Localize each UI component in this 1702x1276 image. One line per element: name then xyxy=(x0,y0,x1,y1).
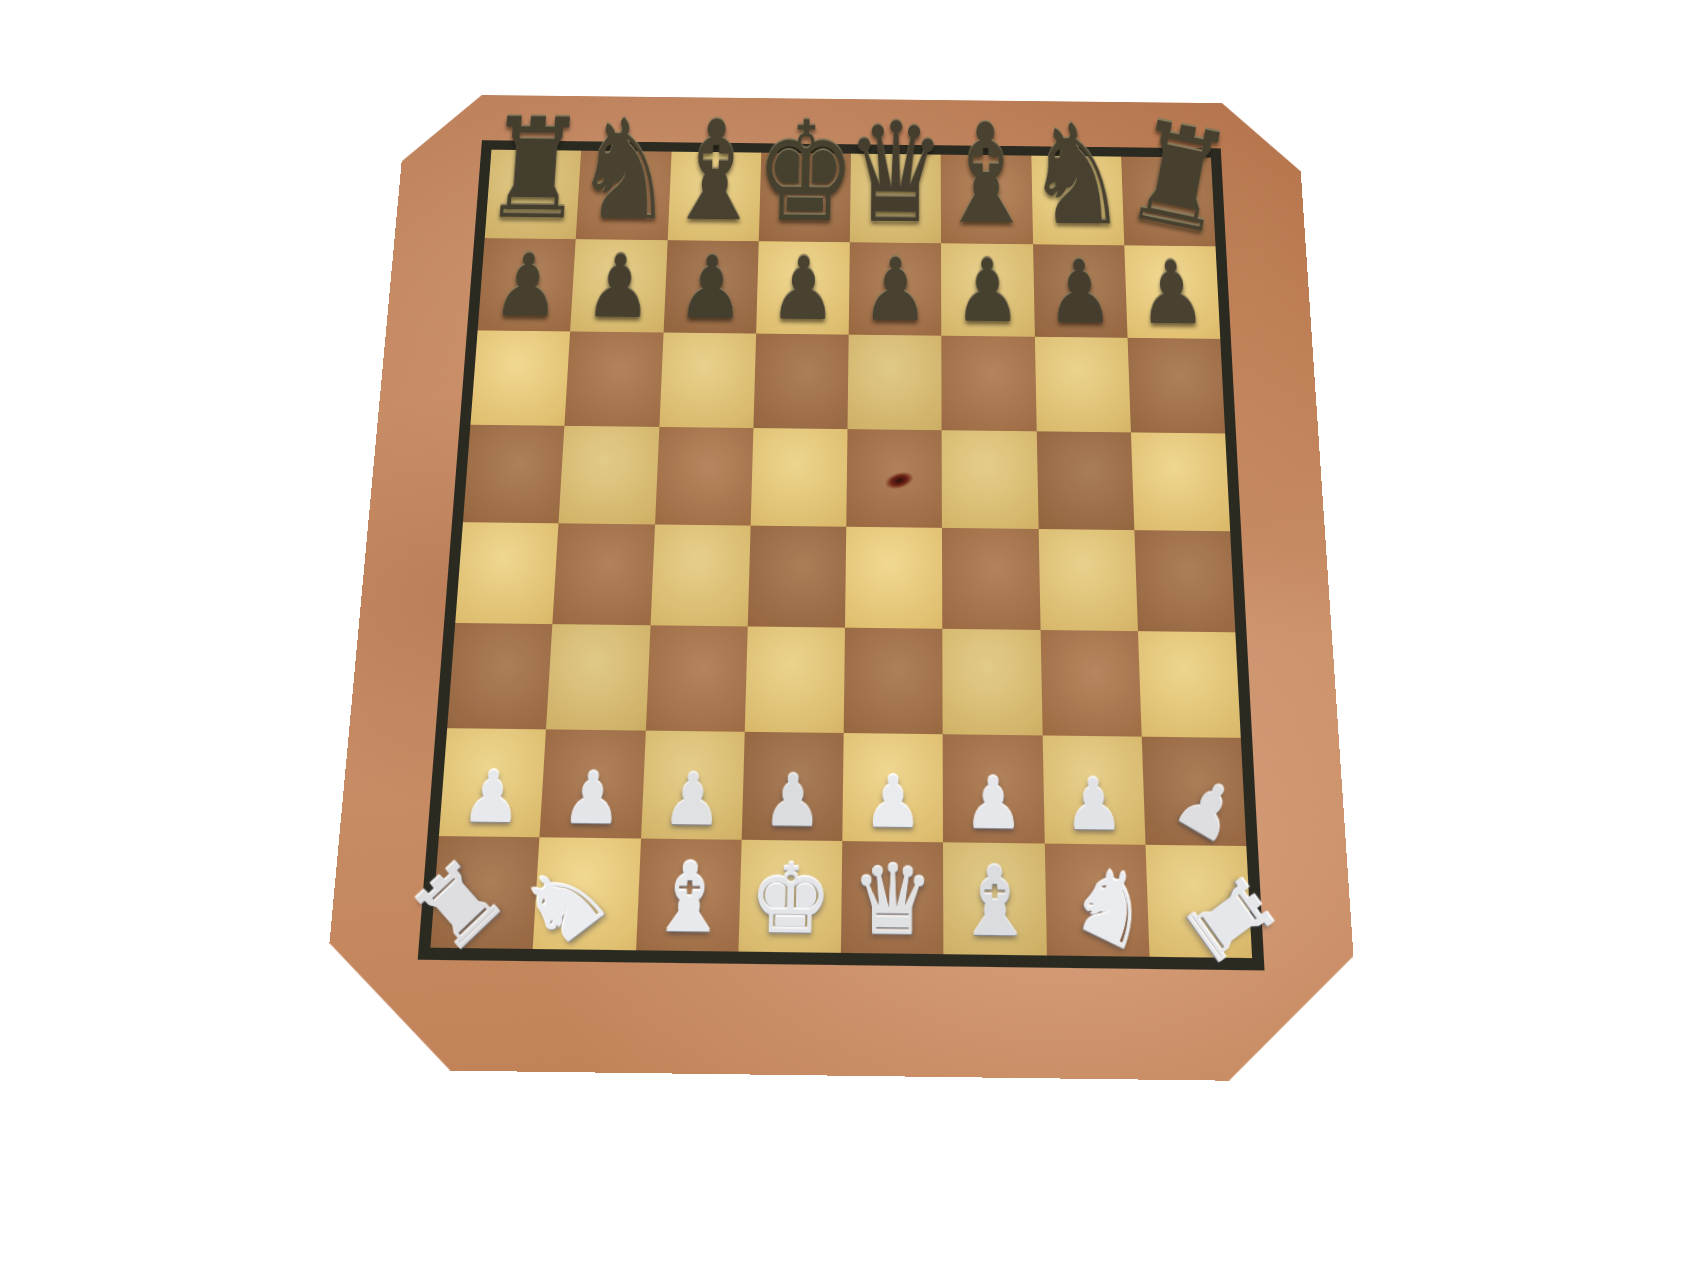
square-g4[interactable] xyxy=(1038,529,1138,631)
square-a3[interactable] xyxy=(447,623,552,729)
square-h8[interactable]: ♜ xyxy=(1121,157,1216,247)
black-pawn[interactable]: ♟ xyxy=(1137,249,1208,337)
square-g8[interactable]: ♞ xyxy=(1031,156,1124,246)
square-f8[interactable]: ♝ xyxy=(941,155,1033,245)
square-f7[interactable]: ♟ xyxy=(941,244,1034,337)
square-a6[interactable] xyxy=(470,330,570,426)
square-h5[interactable] xyxy=(1131,432,1230,531)
square-g1[interactable]: ♞ xyxy=(1044,843,1149,957)
square-e2[interactable]: ♟ xyxy=(842,732,943,842)
square-a4[interactable] xyxy=(455,522,559,624)
square-e8[interactable]: ♛ xyxy=(850,154,941,244)
square-e3[interactable] xyxy=(844,628,943,734)
square-a8[interactable]: ♜ xyxy=(485,150,582,240)
square-h3[interactable] xyxy=(1138,631,1241,737)
square-h1[interactable]: ♜ xyxy=(1145,845,1252,959)
square-c7[interactable]: ♟ xyxy=(663,240,758,333)
square-e5[interactable] xyxy=(846,429,942,528)
black-pawn[interactable]: ♟ xyxy=(1045,248,1114,335)
square-g7[interactable]: ♟ xyxy=(1033,245,1128,338)
black-pawn[interactable]: ♟ xyxy=(490,242,563,329)
square-d6[interactable] xyxy=(753,333,849,429)
square-g5[interactable] xyxy=(1036,431,1134,530)
square-a2[interactable]: ♟ xyxy=(439,728,546,837)
square-h2[interactable]: ♟ xyxy=(1141,736,1246,846)
square-f6[interactable] xyxy=(942,335,1037,431)
black-king[interactable]: ♚ xyxy=(753,104,857,243)
square-a7[interactable]: ♟ xyxy=(478,238,576,331)
square-d2[interactable]: ♟ xyxy=(741,731,843,840)
square-h6[interactable] xyxy=(1127,337,1225,433)
square-f4[interactable] xyxy=(942,528,1040,630)
square-c5[interactable] xyxy=(655,427,754,526)
black-bishop[interactable]: ♝ xyxy=(662,103,768,242)
square-e1[interactable]: ♛ xyxy=(841,841,944,954)
square-b3[interactable] xyxy=(546,624,650,730)
square-d4[interactable] xyxy=(747,526,846,628)
white-pawn[interactable]: ♟ xyxy=(762,765,823,837)
black-pawn[interactable]: ♟ xyxy=(676,244,746,331)
square-d5[interactable] xyxy=(750,428,847,527)
white-pawn[interactable]: ♟ xyxy=(460,761,525,832)
white-pawn[interactable]: ♟ xyxy=(863,766,923,838)
white-pawn[interactable]: ♟ xyxy=(560,763,623,834)
square-d8[interactable]: ♚ xyxy=(759,153,851,243)
square-b4[interactable] xyxy=(553,523,655,625)
square-g3[interactable] xyxy=(1040,630,1141,736)
chess-board: ♜♞♝♚♛♝♞♜♟♟♟♟♟♟♟♟♟♟♟♟♟♟♟♟♜♞♝♚♛♝♞♜ xyxy=(318,94,1362,1082)
white-bishop[interactable]: ♝ xyxy=(645,850,732,947)
square-g2[interactable]: ♟ xyxy=(1042,735,1145,845)
white-queen[interactable]: ♛ xyxy=(850,853,934,950)
square-d7[interactable]: ♟ xyxy=(756,241,850,334)
playing-area-border: ♜♞♝♚♛♝♞♜♟♟♟♟♟♟♟♟♟♟♟♟♟♟♟♟♜♞♝♚♛♝♞♜ xyxy=(418,140,1265,970)
wood-knot xyxy=(877,465,921,496)
board-grid: ♜♞♝♚♛♝♞♜♟♟♟♟♟♟♟♟♟♟♟♟♟♟♟♟♜♞♝♚♛♝♞♜ xyxy=(430,150,1252,958)
white-pawn[interactable]: ♟ xyxy=(1165,764,1251,856)
square-b7[interactable]: ♟ xyxy=(570,239,667,332)
board-scene: ♜♞♝♚♛♝♞♜♟♟♟♟♟♟♟♟♟♟♟♟♟♟♟♟♜♞♝♚♛♝♞♜ xyxy=(366,48,1326,1048)
black-knight[interactable]: ♞ xyxy=(1025,107,1130,246)
square-d3[interactable] xyxy=(745,627,845,733)
square-e4[interactable] xyxy=(845,527,943,629)
square-e6[interactable] xyxy=(847,334,941,430)
square-h7[interactable]: ♟ xyxy=(1124,246,1220,339)
white-bishop[interactable]: ♝ xyxy=(952,854,1037,951)
white-pawn[interactable]: ♟ xyxy=(661,764,723,836)
black-pawn[interactable]: ♟ xyxy=(583,243,654,330)
square-c6[interactable] xyxy=(659,332,756,428)
square-a5[interactable] xyxy=(463,425,565,524)
square-b2[interactable]: ♟ xyxy=(540,729,646,838)
white-king[interactable]: ♚ xyxy=(748,852,833,949)
square-c4[interactable] xyxy=(650,524,750,626)
square-b6[interactable] xyxy=(565,331,663,427)
square-f2[interactable]: ♟ xyxy=(943,734,1044,844)
square-e7[interactable]: ♟ xyxy=(849,242,942,335)
square-f3[interactable] xyxy=(943,629,1043,735)
square-c8[interactable]: ♝ xyxy=(667,152,761,242)
black-pawn[interactable]: ♟ xyxy=(769,245,838,332)
square-c3[interactable] xyxy=(645,626,747,732)
square-f5[interactable] xyxy=(942,430,1038,529)
black-pawn[interactable]: ♟ xyxy=(954,247,1022,334)
black-queen[interactable]: ♛ xyxy=(844,105,946,244)
square-h4[interactable] xyxy=(1134,530,1235,632)
square-d1[interactable]: ♚ xyxy=(738,840,842,953)
square-c1[interactable]: ♝ xyxy=(636,838,742,951)
square-c2[interactable]: ♟ xyxy=(641,730,745,839)
square-b1[interactable]: ♞ xyxy=(533,837,641,950)
square-f1[interactable]: ♝ xyxy=(943,842,1046,955)
square-b5[interactable] xyxy=(559,426,659,525)
black-pawn[interactable]: ♟ xyxy=(861,246,928,333)
black-bishop[interactable]: ♝ xyxy=(936,106,1039,245)
square-g6[interactable] xyxy=(1034,336,1130,432)
square-b8[interactable]: ♞ xyxy=(576,151,671,241)
white-pawn[interactable]: ♟ xyxy=(1063,769,1125,841)
white-pawn[interactable]: ♟ xyxy=(963,768,1024,840)
